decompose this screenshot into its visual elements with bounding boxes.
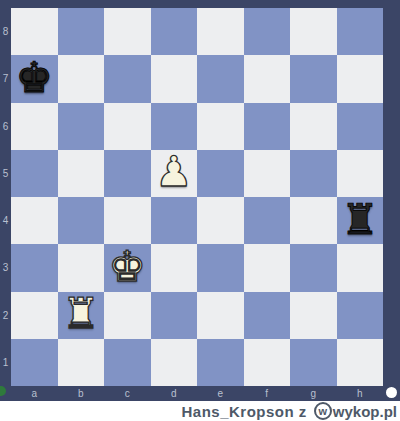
white-king[interactable]: ♚ xyxy=(108,246,146,288)
square-h3[interactable] xyxy=(337,244,384,291)
white-pawn[interactable]: ♟ xyxy=(155,151,193,193)
square-g7[interactable] xyxy=(290,55,337,102)
rank-label-6: 6 xyxy=(0,103,11,150)
square-a7[interactable]: ♚ xyxy=(11,55,58,102)
rank-label-8: 8 xyxy=(0,8,11,55)
square-h5[interactable] xyxy=(337,150,384,197)
square-c8[interactable] xyxy=(104,8,151,55)
square-a4[interactable] xyxy=(11,197,58,244)
rank-labels: 87654321 xyxy=(0,8,11,386)
square-d6[interactable] xyxy=(151,103,198,150)
black-rook[interactable]: ♜ xyxy=(341,199,379,241)
square-f7[interactable] xyxy=(244,55,291,102)
square-f6[interactable] xyxy=(244,103,291,150)
file-label-h: h xyxy=(337,386,384,401)
square-d5[interactable]: ♟ xyxy=(151,150,198,197)
square-e1[interactable] xyxy=(197,339,244,386)
square-f8[interactable] xyxy=(244,8,291,55)
square-g3[interactable] xyxy=(290,244,337,291)
square-g8[interactable] xyxy=(290,8,337,55)
square-f2[interactable] xyxy=(244,292,291,339)
square-b1[interactable] xyxy=(58,339,105,386)
square-c3[interactable]: ♚ xyxy=(104,244,151,291)
square-g6[interactable] xyxy=(290,103,337,150)
square-d4[interactable] xyxy=(151,197,198,244)
white-to-move-indicator-icon xyxy=(386,387,397,398)
square-a2[interactable] xyxy=(11,292,58,339)
square-f4[interactable] xyxy=(244,197,291,244)
screenshot-root: 87654321 ♚♟♜♚♜ abcdefgh Hans_Kropson z w… xyxy=(0,0,400,421)
square-d8[interactable] xyxy=(151,8,198,55)
square-e5[interactable] xyxy=(197,150,244,197)
black-king[interactable]: ♚ xyxy=(15,57,53,99)
file-label-a: a xyxy=(11,386,58,401)
square-d3[interactable] xyxy=(151,244,198,291)
chess-board[interactable]: ♚♟♜♚♜ xyxy=(11,8,383,386)
square-d1[interactable] xyxy=(151,339,198,386)
white-rook[interactable]: ♜ xyxy=(62,293,100,335)
square-e6[interactable] xyxy=(197,103,244,150)
file-label-f: f xyxy=(244,386,291,401)
square-h1[interactable] xyxy=(337,339,384,386)
file-label-e: e xyxy=(197,386,244,401)
watermark-site: wykop.pl xyxy=(333,403,397,420)
file-label-d: d xyxy=(151,386,198,401)
square-b5[interactable] xyxy=(58,150,105,197)
square-h6[interactable] xyxy=(337,103,384,150)
chess-board-frame: 87654321 ♚♟♜♚♜ abcdefgh xyxy=(0,0,400,401)
square-h7[interactable] xyxy=(337,55,384,102)
square-b8[interactable] xyxy=(58,8,105,55)
status-dot-icon xyxy=(0,386,6,396)
file-label-b: b xyxy=(58,386,105,401)
wykop-logo-icon: w xyxy=(314,402,332,420)
square-h8[interactable] xyxy=(337,8,384,55)
square-a1[interactable] xyxy=(11,339,58,386)
square-a5[interactable] xyxy=(11,150,58,197)
square-e2[interactable] xyxy=(197,292,244,339)
square-c2[interactable] xyxy=(104,292,151,339)
square-a3[interactable] xyxy=(11,244,58,291)
square-f3[interactable] xyxy=(244,244,291,291)
square-d7[interactable] xyxy=(151,55,198,102)
square-h2[interactable] xyxy=(337,292,384,339)
file-label-c: c xyxy=(104,386,151,401)
file-label-g: g xyxy=(290,386,337,401)
square-b3[interactable] xyxy=(58,244,105,291)
square-b7[interactable] xyxy=(58,55,105,102)
square-c4[interactable] xyxy=(104,197,151,244)
square-c5[interactable] xyxy=(104,150,151,197)
square-e3[interactable] xyxy=(197,244,244,291)
square-a6[interactable] xyxy=(11,103,58,150)
square-g1[interactable] xyxy=(290,339,337,386)
square-b4[interactable] xyxy=(58,197,105,244)
square-g4[interactable] xyxy=(290,197,337,244)
square-e8[interactable] xyxy=(197,8,244,55)
square-b2[interactable]: ♜ xyxy=(58,292,105,339)
square-a8[interactable] xyxy=(11,8,58,55)
square-c7[interactable] xyxy=(104,55,151,102)
rank-label-7: 7 xyxy=(0,55,11,102)
rank-label-2: 2 xyxy=(0,292,11,339)
rank-label-3: 3 xyxy=(0,244,11,291)
square-c6[interactable] xyxy=(104,103,151,150)
watermark-author: Hans_Kropson z xyxy=(181,403,306,420)
square-d2[interactable] xyxy=(151,292,198,339)
square-c1[interactable] xyxy=(104,339,151,386)
square-g5[interactable] xyxy=(290,150,337,197)
rank-label-1: 1 xyxy=(0,339,11,386)
rank-label-5: 5 xyxy=(0,150,11,197)
watermark: Hans_Kropson z w wykop.pl xyxy=(0,401,400,421)
square-e4[interactable] xyxy=(197,197,244,244)
square-g2[interactable] xyxy=(290,292,337,339)
file-labels: abcdefgh xyxy=(11,386,383,401)
square-e7[interactable] xyxy=(197,55,244,102)
square-h4[interactable]: ♜ xyxy=(337,197,384,244)
square-f1[interactable] xyxy=(244,339,291,386)
square-b6[interactable] xyxy=(58,103,105,150)
rank-label-4: 4 xyxy=(0,197,11,244)
square-f5[interactable] xyxy=(244,150,291,197)
